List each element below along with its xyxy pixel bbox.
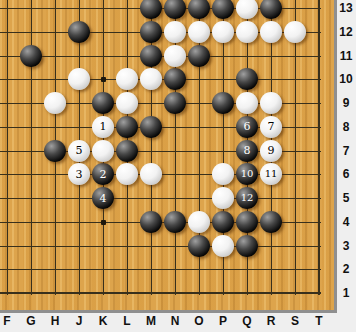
stone-black-K9[interactable]	[92, 92, 114, 114]
stone-black-K6-move-2[interactable]: 2	[92, 163, 114, 185]
stone-white-P6[interactable]	[212, 163, 234, 185]
stone-black-M4[interactable]	[140, 211, 162, 233]
column-label-J: J	[67, 314, 91, 328]
stone-white-K8-move-1[interactable]: 1	[92, 116, 114, 138]
stone-white-J10[interactable]	[68, 68, 90, 90]
stone-black-Q3[interactable]	[236, 235, 258, 257]
stone-black-Q4[interactable]	[236, 211, 258, 233]
row-label-5: 5	[336, 191, 356, 205]
stone-white-R7-move-9[interactable]: 9	[260, 140, 282, 162]
stone-white-P12[interactable]	[212, 21, 234, 43]
stone-black-Q8-move-6[interactable]: 6	[236, 116, 258, 138]
stone-black-P4[interactable]	[212, 211, 234, 233]
stone-black-R13[interactable]	[260, 0, 282, 19]
grid-line-col-S	[295, 0, 296, 295]
row-label-4: 4	[336, 215, 356, 229]
stone-white-J6-move-3[interactable]: 3	[68, 163, 90, 185]
grid-line-row-1	[0, 292, 321, 294]
stone-white-Q9[interactable]	[236, 92, 258, 114]
stone-white-N11[interactable]	[164, 45, 186, 67]
stone-black-O3[interactable]	[188, 235, 210, 257]
stone-black-L8[interactable]	[116, 116, 138, 138]
stone-black-N9[interactable]	[164, 92, 186, 114]
stone-black-N4[interactable]	[164, 211, 186, 233]
stone-white-R12[interactable]	[260, 21, 282, 43]
go-app-screenshot: 246810125317911 FGHJKLMNOPQRST1312111098…	[0, 0, 356, 332]
column-label-P: P	[211, 314, 235, 328]
stone-white-R6-move-11[interactable]: 11	[260, 163, 282, 185]
stone-black-O11[interactable]	[188, 45, 210, 67]
grid-line-col-T	[318, 0, 320, 295]
stone-black-N10[interactable]	[164, 68, 186, 90]
column-label-F: F	[0, 314, 19, 328]
stone-white-P3[interactable]	[212, 235, 234, 257]
stone-black-M13[interactable]	[140, 0, 162, 19]
row-label-11: 11	[336, 49, 356, 63]
row-label-10: 10	[336, 72, 356, 86]
stone-black-P13[interactable]	[212, 0, 234, 19]
column-label-R: R	[259, 314, 283, 328]
stone-white-S12[interactable]	[284, 21, 306, 43]
stone-black-O13[interactable]	[188, 0, 210, 19]
stone-white-P5[interactable]	[212, 187, 234, 209]
stone-white-M10[interactable]	[140, 68, 162, 90]
stone-black-G11[interactable]	[20, 45, 42, 67]
stone-black-Q10[interactable]	[236, 68, 258, 90]
column-label-Q: Q	[235, 314, 259, 328]
row-label-2: 2	[336, 262, 356, 276]
stone-black-K5-move-4[interactable]: 4	[92, 187, 114, 209]
stone-black-N13[interactable]	[164, 0, 186, 19]
stone-white-O4[interactable]	[188, 211, 210, 233]
stone-white-Q12[interactable]	[236, 21, 258, 43]
column-label-K: K	[91, 314, 115, 328]
stone-white-H9[interactable]	[44, 92, 66, 114]
column-label-M: M	[139, 314, 163, 328]
row-label-6: 6	[336, 167, 356, 181]
stone-black-P9[interactable]	[212, 92, 234, 114]
column-label-S: S	[283, 314, 307, 328]
column-label-T: T	[307, 314, 331, 328]
grid-line-row-3	[0, 246, 321, 247]
column-label-N: N	[163, 314, 187, 328]
stone-white-Q13[interactable]	[236, 0, 258, 19]
column-label-L: L	[115, 314, 139, 328]
star-point-K4	[101, 220, 106, 225]
grid-line-row-5	[0, 198, 321, 199]
stone-white-J7-move-5[interactable]: 5	[68, 140, 90, 162]
row-label-8: 8	[336, 120, 356, 134]
stone-black-L7[interactable]	[116, 140, 138, 162]
grid-line-col-F	[7, 0, 8, 295]
stone-black-J12[interactable]	[68, 21, 90, 43]
stone-black-Q6-move-10[interactable]: 10	[236, 163, 258, 185]
column-label-G: G	[19, 314, 43, 328]
column-label-O: O	[187, 314, 211, 328]
stone-black-Q5-move-12[interactable]: 12	[236, 187, 258, 209]
stone-black-M8[interactable]	[140, 116, 162, 138]
stone-white-R9[interactable]	[260, 92, 282, 114]
row-label-1: 1	[336, 286, 356, 300]
row-label-3: 3	[336, 239, 356, 253]
stone-white-M6[interactable]	[140, 163, 162, 185]
stone-white-L10[interactable]	[116, 68, 138, 90]
stone-black-M12[interactable]	[140, 21, 162, 43]
stone-black-M11[interactable]	[140, 45, 162, 67]
row-label-12: 12	[336, 25, 356, 39]
stone-white-L6[interactable]	[116, 163, 138, 185]
stone-black-Q7-move-8[interactable]: 8	[236, 140, 258, 162]
go-board[interactable]: 246810125317911	[0, 0, 337, 313]
column-label-H: H	[43, 314, 67, 328]
row-label-7: 7	[336, 144, 356, 158]
stone-white-N12[interactable]	[164, 21, 186, 43]
stone-black-H7[interactable]	[44, 140, 66, 162]
grid-line-row-2	[0, 269, 321, 270]
star-point-K10	[101, 77, 106, 82]
stone-white-O12[interactable]	[188, 21, 210, 43]
stone-white-L9[interactable]	[116, 92, 138, 114]
row-label-9: 9	[336, 96, 356, 110]
stone-black-R4[interactable]	[260, 211, 282, 233]
stone-white-K7[interactable]	[92, 140, 114, 162]
stone-white-R8-move-7[interactable]: 7	[260, 116, 282, 138]
row-label-13: 13	[336, 1, 356, 15]
